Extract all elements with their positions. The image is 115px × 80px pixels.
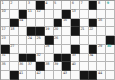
clue-number-43: 43: [62, 71, 66, 75]
white-cell-r8c9[interactable]: 40: [71, 62, 80, 71]
white-cell-r3c12[interactable]: 16: [97, 19, 106, 28]
clue-number-18: 18: [10, 27, 14, 31]
white-cell-r7c5[interactable]: 32: [36, 54, 45, 63]
white-cell-r6c7[interactable]: [54, 45, 63, 54]
white-cell-r2c11[interactable]: [89, 10, 98, 19]
black-cell-r8c5: [36, 62, 45, 71]
clue-number-44: 44: [97, 71, 101, 75]
black-cell-r4c9: [71, 27, 80, 36]
white-cell-r2c7[interactable]: [54, 10, 63, 19]
white-cell-r1c12[interactable]: 8: [97, 1, 106, 10]
clue-number-15: 15: [62, 19, 66, 23]
white-cell-r6c4[interactable]: [27, 45, 36, 54]
clue-number-22: 22: [89, 27, 93, 31]
white-cell-r9c6[interactable]: [45, 71, 54, 80]
clue-number-16: 16: [97, 19, 101, 23]
black-cell-r3c9: [71, 19, 80, 28]
white-cell-r8c6[interactable]: 38: [45, 62, 54, 71]
white-cell-r7c11[interactable]: 34: [89, 54, 98, 63]
black-cell-r9c11: [89, 71, 98, 80]
white-cell-r5c3[interactable]: [19, 36, 28, 45]
white-cell-r6c10[interactable]: [80, 45, 89, 54]
white-cell-r1c7[interactable]: 5: [54, 1, 63, 10]
white-cell-r4c11[interactable]: 22: [89, 27, 98, 36]
white-cell-r4c8[interactable]: [62, 27, 71, 36]
white-cell-r4c3[interactable]: [19, 27, 28, 36]
clue-number-9-highlighted: 9: [106, 1, 109, 5]
white-cell-r4c2[interactable]: 18: [10, 27, 19, 36]
white-cell-r3c1[interactable]: [1, 19, 10, 28]
white-cell-r8c13[interactable]: [106, 62, 115, 71]
white-cell-r4c10[interactable]: 21: [80, 27, 89, 36]
clue-number-28: 28: [45, 45, 49, 49]
clue-number-23: 23: [1, 36, 5, 40]
white-cell-r1c13[interactable]: 9: [106, 1, 115, 10]
white-cell-r5c1[interactable]: 23: [1, 36, 10, 45]
white-cell-r8c10[interactable]: [80, 62, 89, 71]
clue-number-11: 11: [27, 10, 31, 14]
white-cell-r2c13[interactable]: [106, 10, 115, 19]
black-cell-r3c11: [89, 19, 98, 28]
clue-number-21: 21: [80, 27, 84, 31]
white-cell-r5c7[interactable]: 26: [54, 36, 63, 45]
white-cell-r8c11[interactable]: [89, 62, 98, 71]
clue-number-7: 7: [80, 1, 82, 5]
clue-number-17: 17: [1, 27, 5, 31]
clue-number-3: 3: [27, 1, 29, 5]
white-cell-r1c8[interactable]: [62, 1, 71, 10]
white-cell-r3c8[interactable]: 15: [62, 19, 71, 28]
black-cell-r8c8: [62, 62, 71, 71]
clue-number-38: 38: [45, 62, 49, 66]
clue-number-33: 33: [71, 54, 75, 58]
white-cell-r9c3[interactable]: 41: [19, 71, 28, 80]
white-cell-r4c1[interactable]: 17: [1, 27, 10, 36]
white-cell-r7c12[interactable]: [97, 54, 106, 63]
black-cell-r7c8: [62, 54, 71, 63]
white-cell-r2c6[interactable]: [45, 10, 54, 19]
white-cell-r5c11[interactable]: [89, 36, 98, 45]
white-cell-r2c10[interactable]: [80, 10, 89, 19]
clue-number-6: 6: [71, 1, 73, 5]
white-cell-r9c12[interactable]: 44: [97, 71, 106, 80]
white-cell-r4c7[interactable]: 20: [54, 27, 63, 36]
black-cell-r4c4: [27, 27, 36, 36]
clue-number-8: 8: [97, 1, 99, 5]
white-cell-r8c2[interactable]: [10, 62, 19, 71]
white-cell-r2c9[interactable]: 13: [71, 10, 80, 19]
white-cell-r3c3[interactable]: 14: [19, 19, 28, 28]
black-cell-r1c11: [89, 1, 98, 10]
white-cell-r3c5[interactable]: [36, 19, 45, 28]
white-cell-r7c2[interactable]: [10, 54, 19, 63]
white-cell-r9c5[interactable]: 42: [36, 71, 45, 80]
clue-number-42: 42: [36, 71, 40, 75]
white-cell-r3c4[interactable]: [27, 19, 36, 28]
white-cell-r8c4[interactable]: 37: [27, 62, 36, 71]
clue-number-29: 29: [97, 45, 101, 49]
clue-number-19: 19: [45, 27, 49, 31]
white-cell-r9c7[interactable]: [54, 71, 63, 80]
crossword-grid: 1234567891011121314151617181920212223242…: [0, 0, 115, 80]
clue-number-2: 2: [10, 1, 12, 5]
white-cell-r4c12[interactable]: [97, 27, 106, 36]
white-cell-r4c13[interactable]: [106, 27, 115, 36]
clue-number-34: 34: [89, 54, 93, 58]
white-cell-r5c5[interactable]: 25: [36, 36, 45, 45]
white-cell-r8c12[interactable]: [97, 62, 106, 71]
clue-number-35: 35: [1, 62, 5, 66]
white-cell-r7c13[interactable]: [106, 54, 115, 63]
white-cell-r1c6[interactable]: 4: [45, 1, 54, 10]
black-cell-r3c2: [10, 19, 19, 28]
white-cell-r9c8[interactable]: 43: [62, 71, 71, 80]
black-cell-r4c5: [36, 27, 45, 36]
white-cell-r6c8[interactable]: [62, 45, 71, 54]
black-cell-r3c7: [54, 19, 63, 28]
white-cell-r3c13[interactable]: [106, 19, 115, 28]
clue-number-24: 24: [27, 36, 31, 40]
clue-number-27: 27: [10, 45, 14, 49]
clue-number-1: 1: [1, 1, 3, 5]
clue-number-30-highlighted: 30: [106, 45, 111, 49]
clue-number-32: 32: [36, 54, 40, 58]
clue-number-31: 31: [1, 54, 5, 58]
clue-number-40: 40: [71, 62, 75, 66]
clue-number-37: 37: [27, 62, 31, 66]
white-cell-r5c9[interactable]: [71, 36, 80, 45]
clue-number-26: 26: [54, 36, 58, 40]
clue-number-41: 41: [19, 71, 23, 75]
white-cell-r5c10[interactable]: [80, 36, 89, 45]
clue-number-20: 20: [54, 27, 58, 31]
white-cell-r6c2[interactable]: 27: [10, 45, 19, 54]
black-cell-r9c2: [10, 71, 19, 80]
clue-number-25: 25: [36, 36, 40, 40]
white-cell-r5c4[interactable]: 24: [27, 36, 36, 45]
clue-number-14: 14: [19, 19, 23, 23]
white-cell-r8c7[interactable]: 39: [54, 62, 63, 71]
white-cell-r1c2[interactable]: 2: [10, 1, 19, 10]
white-cell-r6c3[interactable]: [19, 45, 28, 54]
white-cell-r9c4[interactable]: [27, 71, 36, 80]
white-cell-r1c10[interactable]: 7: [80, 1, 89, 10]
white-cell-r6c13[interactable]: 30: [106, 45, 115, 54]
white-cell-r1c3[interactable]: [19, 1, 28, 10]
white-cell-r8c1[interactable]: 35: [1, 62, 10, 71]
clue-number-5: 5: [54, 1, 56, 5]
clue-number-4: 4: [45, 1, 47, 5]
white-cell-r6c6[interactable]: 28: [45, 45, 54, 54]
white-cell-r7c10[interactable]: [80, 54, 89, 63]
white-cell-r9c1[interactable]: [1, 71, 10, 80]
clue-number-39: 39: [54, 62, 58, 66]
clue-number-10: 10: [1, 10, 5, 14]
white-cell-r3c6[interactable]: [45, 19, 54, 28]
white-cell-r9c13[interactable]: [106, 71, 115, 80]
clue-number-12: 12: [36, 10, 40, 14]
white-cell-r6c12[interactable]: 29: [97, 45, 106, 54]
clue-number-36: 36: [19, 62, 23, 66]
white-cell-r9c9[interactable]: [71, 71, 80, 80]
white-cell-r3c10[interactable]: [80, 19, 89, 28]
white-cell-r2c2[interactable]: [10, 10, 19, 19]
white-cell-r2c1[interactable]: 10: [1, 10, 10, 19]
white-cell-r4c6[interactable]: 19: [45, 27, 54, 36]
white-cell-r2c4[interactable]: 11: [27, 10, 36, 19]
white-cell-r8c3[interactable]: 36: [19, 62, 28, 71]
white-cell-r2c5[interactable]: 12: [36, 10, 45, 19]
black-cell-r9c10: [80, 71, 89, 80]
clue-number-13: 13: [71, 10, 75, 14]
white-cell-r5c8[interactable]: [62, 36, 71, 45]
